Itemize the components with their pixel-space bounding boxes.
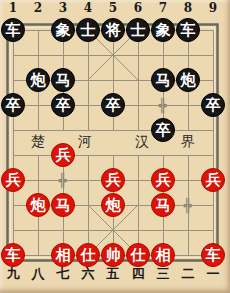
file-label-bottom-5: 五 xyxy=(107,267,120,280)
piece-red-chariot[interactable]: 车 xyxy=(1,243,25,267)
river-text-3: 汉 xyxy=(135,134,149,148)
piece-red-cannon[interactable]: 炮 xyxy=(101,193,125,217)
file-label-bottom-6: 四 xyxy=(132,267,145,280)
piece-red-horse[interactable]: 马 xyxy=(151,193,175,217)
piece-black-elephant[interactable]: 象 xyxy=(51,18,75,42)
piece-red-advisor[interactable]: 仕 xyxy=(126,243,150,267)
piece-red-soldier[interactable]: 兵 xyxy=(151,168,175,192)
point-marker: ╬ xyxy=(159,99,167,112)
file-label-bottom-3: 七 xyxy=(57,267,70,280)
file-label-bottom-8: 二 xyxy=(182,267,195,280)
piece-black-horse[interactable]: 马 xyxy=(151,68,175,92)
piece-red-soldier[interactable]: 兵 xyxy=(201,168,225,192)
river-text-1: 楚 xyxy=(31,134,45,148)
piece-red-soldier[interactable]: 兵 xyxy=(101,168,125,192)
file-label-top-8: 8 xyxy=(184,2,192,14)
piece-black-soldier[interactable]: 卒 xyxy=(1,93,25,117)
file-label-top-2: 2 xyxy=(34,2,42,14)
piece-red-elephant[interactable]: 相 xyxy=(51,243,75,267)
piece-black-advisor[interactable]: 士 xyxy=(126,18,150,42)
file-label-top-6: 6 xyxy=(134,2,142,14)
file-label-bottom-1: 九 xyxy=(7,267,20,280)
river-text-4: 界 xyxy=(181,134,195,148)
piece-red-soldier[interactable]: 兵 xyxy=(1,168,25,192)
piece-red-advisor[interactable]: 仕 xyxy=(76,243,100,267)
piece-black-cannon[interactable]: 炮 xyxy=(176,68,200,92)
piece-black-chariot[interactable]: 车 xyxy=(1,18,25,42)
file-label-bottom-2: 八 xyxy=(32,267,45,280)
file-label-bottom-7: 三 xyxy=(157,267,170,280)
piece-black-chariot[interactable]: 车 xyxy=(176,18,200,42)
piece-black-cannon[interactable]: 炮 xyxy=(26,68,50,92)
piece-black-soldier[interactable]: 卒 xyxy=(201,93,225,117)
piece-black-soldier[interactable]: 卒 xyxy=(151,118,175,142)
file-label-top-7: 7 xyxy=(159,2,167,14)
piece-red-chariot[interactable]: 车 xyxy=(201,243,225,267)
point-marker: ╬ xyxy=(59,174,67,187)
xiangqi-board: 123456789九八七六五四三二一楚河汉界╬╬╬车象士将士象车炮马马炮卒卒卒卒… xyxy=(0,0,230,293)
piece-red-horse[interactable]: 马 xyxy=(51,193,75,217)
river-text-2: 河 xyxy=(78,134,92,148)
piece-black-soldier[interactable]: 卒 xyxy=(51,93,75,117)
piece-red-elephant[interactable]: 相 xyxy=(151,243,175,267)
file-label-top-9: 9 xyxy=(209,2,217,14)
file-label-top-3: 3 xyxy=(59,2,67,14)
piece-black-general[interactable]: 将 xyxy=(101,18,125,42)
piece-red-general[interactable]: 帅 xyxy=(101,243,125,267)
piece-black-horse[interactable]: 马 xyxy=(51,68,75,92)
file-label-top-1: 1 xyxy=(9,2,17,14)
piece-black-soldier[interactable]: 卒 xyxy=(101,93,125,117)
file-label-bottom-9: 一 xyxy=(207,267,220,280)
piece-red-cannon[interactable]: 炮 xyxy=(26,193,50,217)
piece-black-elephant[interactable]: 象 xyxy=(151,18,175,42)
point-marker: ╬ xyxy=(184,199,192,212)
file-label-bottom-4: 六 xyxy=(82,267,95,280)
file-label-top-5: 5 xyxy=(109,2,117,14)
file-label-top-4: 4 xyxy=(84,2,92,14)
piece-red-soldier[interactable]: 兵 xyxy=(51,143,75,167)
piece-black-advisor[interactable]: 士 xyxy=(76,18,100,42)
